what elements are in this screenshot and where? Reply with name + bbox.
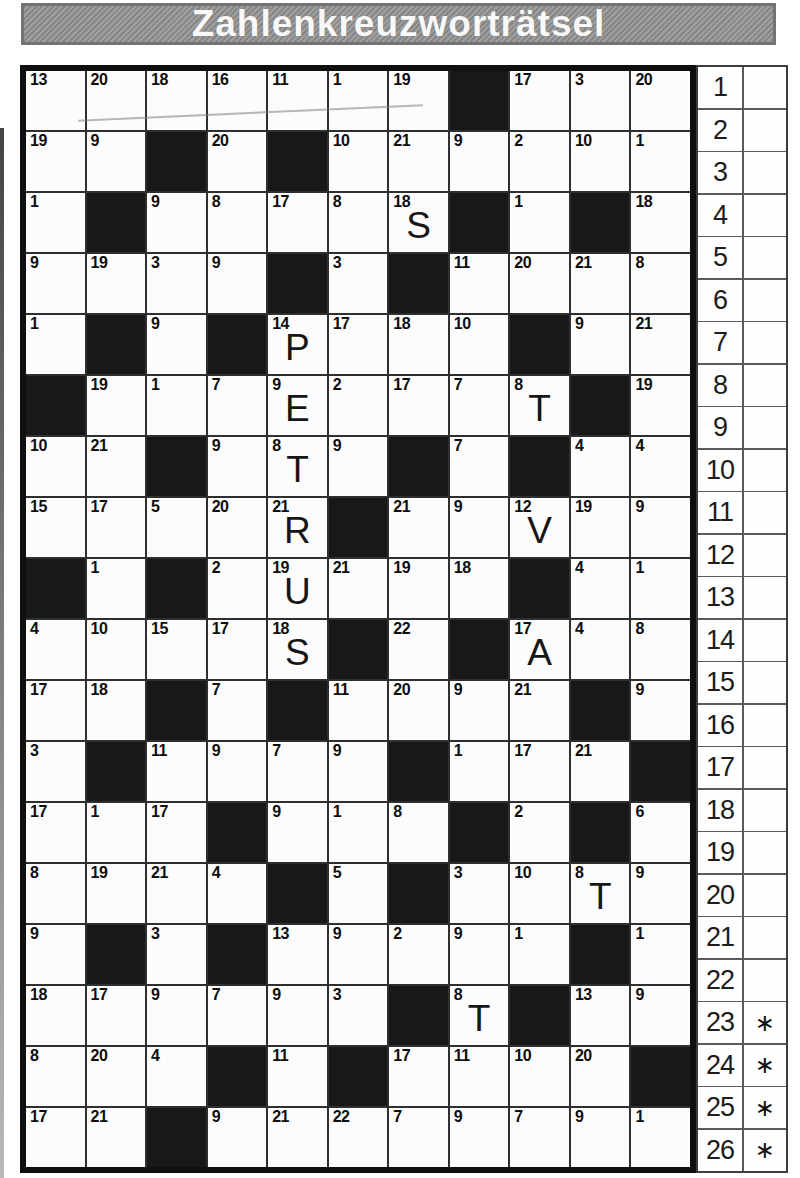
clue-number: 9 [212, 254, 220, 272]
cell-r16c4[interactable]: 7 [208, 986, 267, 1045]
key-letter-cell-26[interactable]: ∗ [744, 1130, 787, 1171]
cell-r18c2[interactable]: 21 [87, 1108, 146, 1167]
cell-r8c4[interactable]: 20 [208, 498, 267, 557]
clue-number: 21 [393, 498, 410, 516]
clue-number: 15 [151, 620, 168, 638]
cell-r8c11[interactable]: 9 [631, 498, 690, 557]
cell-r7c8[interactable]: 7 [450, 437, 509, 496]
cell-r13c1[interactable]: 17 [26, 803, 85, 862]
cell-r12c5[interactable]: 7 [268, 742, 327, 801]
clue-number: 9 [454, 498, 462, 516]
clue-number: 20 [635, 71, 652, 89]
clue-number: 4 [30, 620, 38, 638]
cell-r8c3[interactable]: 5 [147, 498, 206, 557]
cell-r14c4[interactable]: 4 [208, 864, 267, 923]
key-letter-cell-24[interactable]: ∗ [744, 1045, 787, 1086]
clue-number: 9 [151, 315, 159, 333]
cell-r6c4[interactable]: 7 [208, 376, 267, 435]
key-letter-cell-7[interactable] [744, 322, 787, 363]
key-letter-cell-2[interactable] [744, 110, 787, 151]
clue-number: 10 [514, 864, 531, 882]
cell-r16c5[interactable]: 9 [268, 986, 327, 1045]
cell-r15c9[interactable]: 1 [510, 925, 569, 984]
clue-number: 15 [30, 498, 47, 516]
cell-r14c11[interactable]: 9 [631, 864, 690, 923]
key-letter-cell-22[interactable] [744, 960, 787, 1001]
cell-r2c9[interactable]: 2 [510, 132, 569, 191]
cell-r10c11[interactable]: 8 [631, 620, 690, 679]
clue-number: 1 [30, 315, 38, 333]
cell-r15c11[interactable]: 1 [631, 925, 690, 984]
clue-number: 8 [635, 254, 643, 272]
key-letter-cell-14[interactable] [744, 620, 787, 661]
clue-number: 17 [30, 681, 47, 699]
cell-r5c7[interactable]: 18 [389, 315, 448, 374]
key-letter-cell-18[interactable] [744, 790, 787, 831]
key-letter-cell-23[interactable]: ∗ [744, 1002, 787, 1043]
cell-r14c10[interactable]: 8T [571, 864, 630, 923]
key-number-25: 25 [698, 1087, 742, 1128]
cell-r7c2[interactable]: 21 [87, 437, 146, 496]
clue-number: 9 [212, 437, 220, 455]
clue-number: 21 [91, 1108, 108, 1126]
cell-r6c6[interactable]: 2 [329, 376, 388, 435]
clue-number: 17 [151, 803, 168, 821]
clue-number: 8 [30, 864, 38, 882]
cell-r4c4[interactable]: 9 [208, 254, 267, 313]
clue-number: 9 [272, 986, 280, 1004]
cell-r17c9[interactable]: 10 [510, 1047, 569, 1106]
prefilled-letter: T [450, 999, 509, 1040]
cell-r5c11[interactable]: 21 [631, 315, 690, 374]
cell-r16c1[interactable]: 18 [26, 986, 85, 1045]
cell-r16c2[interactable]: 17 [87, 986, 146, 1045]
clue-number: 1 [30, 193, 38, 211]
cell-r12c3[interactable]: 11 [147, 742, 206, 801]
cell-r7c7 [389, 437, 448, 496]
cell-r3c4[interactable]: 8 [208, 193, 267, 252]
key-number-17: 17 [698, 747, 742, 788]
clue-number: 9 [333, 437, 341, 455]
cell-r3c1[interactable]: 1 [26, 193, 85, 252]
cell-r11c7[interactable]: 20 [389, 681, 448, 740]
cell-r10c7[interactable]: 22 [389, 620, 448, 679]
cell-r18c6[interactable]: 22 [329, 1108, 388, 1167]
key-letter-cell-1[interactable] [744, 67, 787, 108]
prefilled-letter: S [268, 633, 327, 674]
clue-number: 17 [272, 193, 289, 211]
key-number-7: 7 [698, 322, 742, 363]
cell-r12c9[interactable]: 17 [510, 742, 569, 801]
cell-r16c11[interactable]: 9 [631, 986, 690, 1045]
cell-r15c5[interactable]: 13 [268, 925, 327, 984]
cell-r18c8[interactable]: 9 [450, 1108, 509, 1167]
cell-r2c11[interactable]: 1 [631, 132, 690, 191]
key-number-26: 26 [698, 1130, 742, 1171]
cell-r9c7[interactable]: 19 [389, 559, 448, 618]
key-letter-cell-3[interactable] [744, 152, 787, 193]
clue-number: 3 [454, 864, 462, 882]
clue-number: 4 [151, 1047, 159, 1065]
clue-number: 8 [212, 193, 220, 211]
cell-r11c5 [268, 681, 327, 740]
cell-r9c1 [26, 559, 85, 618]
cell-r6c5[interactable]: 9E [268, 376, 327, 435]
cell-r5c10[interactable]: 9 [571, 315, 630, 374]
cell-r18c9[interactable]: 7 [510, 1108, 569, 1167]
cell-r13c7[interactable]: 8 [389, 803, 448, 862]
cell-r8c1[interactable]: 15 [26, 498, 85, 557]
clue-number: 21 [333, 559, 350, 577]
clue-number: 3 [151, 254, 159, 272]
clue-number: 11 [454, 1047, 470, 1065]
cell-r7c3 [147, 437, 206, 496]
clue-number: 18 [151, 71, 168, 89]
cell-r9c6[interactable]: 21 [329, 559, 388, 618]
clue-number: 7 [514, 1108, 522, 1126]
cell-r15c1[interactable]: 9 [26, 925, 85, 984]
cell-r1c3[interactable]: 18 [147, 71, 206, 130]
cell-r5c5[interactable]: 14P [268, 315, 327, 374]
cell-r15c10 [571, 925, 630, 984]
key-letter-cell-13[interactable] [744, 577, 787, 618]
cell-r11c6[interactable]: 11 [329, 681, 388, 740]
clue-number: 1 [635, 1108, 643, 1126]
cell-r6c2[interactable]: 19 [87, 376, 146, 435]
clue-number: 1 [635, 925, 643, 943]
clue-number: 10 [454, 315, 471, 333]
clue-number: 18 [30, 986, 47, 1004]
cell-r14c8[interactable]: 3 [450, 864, 509, 923]
key-letter-cell-16[interactable] [744, 705, 787, 746]
cell-r9c5[interactable]: 19U [268, 559, 327, 618]
cell-r15c8[interactable]: 9 [450, 925, 509, 984]
cell-r2c1[interactable]: 19 [26, 132, 85, 191]
clue-number: 19 [91, 254, 108, 272]
clue-number: 7 [212, 681, 220, 699]
cell-r12c1[interactable]: 3 [26, 742, 85, 801]
clue-number: 5 [151, 498, 159, 516]
cell-r10c2[interactable]: 10 [87, 620, 146, 679]
cell-r14c2[interactable]: 19 [87, 864, 146, 923]
cell-r14c1[interactable]: 8 [26, 864, 85, 923]
clue-number: 3 [333, 986, 341, 1004]
cell-r15c3[interactable]: 3 [147, 925, 206, 984]
cell-r6c7[interactable]: 17 [389, 376, 448, 435]
cell-r13c11[interactable]: 6 [631, 803, 690, 862]
clue-number: 1 [91, 803, 99, 821]
cell-r12c6[interactable]: 9 [329, 742, 388, 801]
cell-r5c8[interactable]: 10 [450, 315, 509, 374]
cell-r3c3[interactable]: 9 [147, 193, 206, 252]
prefilled-letter: U [268, 572, 327, 613]
cell-r8c8[interactable]: 9 [450, 498, 509, 557]
cell-r16c10[interactable]: 13 [571, 986, 630, 1045]
clue-number: 19 [91, 376, 108, 394]
cell-r7c5[interactable]: 8T [268, 437, 327, 496]
cell-r13c6[interactable]: 1 [329, 803, 388, 862]
clue-number: 22 [393, 620, 410, 638]
cell-r18c4[interactable]: 9 [208, 1108, 267, 1167]
clue-number: 11 [272, 71, 288, 89]
clue-number: 2 [393, 925, 401, 943]
cell-r14c6[interactable]: 5 [329, 864, 388, 923]
cell-r7c11[interactable]: 4 [631, 437, 690, 496]
prefilled-letter: R [268, 511, 327, 552]
clue-number: 16 [212, 71, 229, 89]
cell-r16c3[interactable]: 9 [147, 986, 206, 1045]
cell-r2c10[interactable]: 10 [571, 132, 630, 191]
cell-r2c3 [147, 132, 206, 191]
key-letter-cell-4[interactable] [744, 195, 787, 236]
cell-r6c11[interactable]: 19 [631, 376, 690, 435]
cell-r9c10[interactable]: 4 [571, 559, 630, 618]
clue-number: 3 [575, 71, 583, 89]
cell-r17c3[interactable]: 4 [147, 1047, 206, 1106]
key-letter-cell-17[interactable] [744, 747, 787, 788]
key-letter-cell-5[interactable] [744, 237, 787, 278]
cell-r2c6[interactable]: 10 [329, 132, 388, 191]
clue-number: 9 [333, 742, 341, 760]
clue-number: 9 [635, 498, 643, 516]
key-number-3: 3 [698, 152, 742, 193]
cell-r13c3[interactable]: 17 [147, 803, 206, 862]
cell-r6c8[interactable]: 7 [450, 376, 509, 435]
clue-number: 6 [635, 803, 643, 821]
key-letter-cell-19[interactable] [744, 832, 787, 873]
key-letter-cell-20[interactable] [744, 875, 787, 916]
cell-r12c10[interactable]: 21 [571, 742, 630, 801]
cell-r17c8[interactable]: 11 [450, 1047, 509, 1106]
cell-r10c3[interactable]: 15 [147, 620, 206, 679]
cell-r2c4[interactable]: 20 [208, 132, 267, 191]
cell-r11c8[interactable]: 9 [450, 681, 509, 740]
clue-number: 13 [575, 986, 592, 1004]
cell-r16c8[interactable]: 8T [450, 986, 509, 1045]
cell-r1c6[interactable]: 1 [329, 71, 388, 130]
cell-r12c7 [389, 742, 448, 801]
cell-r18c1[interactable]: 17 [26, 1108, 85, 1167]
clue-number: 7 [272, 742, 280, 760]
clue-number: 5 [333, 864, 341, 882]
star-mark: ∗ [755, 1009, 775, 1037]
clue-number: 9 [212, 1108, 220, 1126]
key-number-11: 11 [698, 492, 742, 533]
clue-number: 9 [151, 986, 159, 1004]
clue-number: 4 [575, 437, 583, 455]
cell-r4c9[interactable]: 20 [510, 254, 569, 313]
cell-r17c1[interactable]: 8 [26, 1047, 85, 1106]
cell-r7c10[interactable]: 4 [571, 437, 630, 496]
cell-r14c7 [389, 864, 448, 923]
cell-r18c5[interactable]: 21 [268, 1108, 327, 1167]
cell-r17c11 [631, 1047, 690, 1106]
clue-number: 19 [91, 864, 108, 882]
cell-r13c10 [571, 803, 630, 862]
key-letter-cell-15[interactable] [744, 662, 787, 703]
clue-number: 11 [272, 1047, 288, 1065]
cell-r9c11[interactable]: 1 [631, 559, 690, 618]
cell-r12c8[interactable]: 1 [450, 742, 509, 801]
cell-r10c9[interactable]: 17A [510, 620, 569, 679]
clue-number: 1 [91, 559, 99, 577]
cell-r1c4[interactable]: 16 [208, 71, 267, 130]
cell-r8c10[interactable]: 19 [571, 498, 630, 557]
cell-r4c3[interactable]: 3 [147, 254, 206, 313]
cell-r11c11[interactable]: 9 [631, 681, 690, 740]
cell-r11c1[interactable]: 17 [26, 681, 85, 740]
star-mark: ∗ [755, 1051, 775, 1079]
clue-number: 22 [333, 1108, 350, 1126]
cell-r14c3[interactable]: 21 [147, 864, 206, 923]
clue-number: 17 [91, 986, 108, 1004]
cell-r8c2[interactable]: 17 [87, 498, 146, 557]
clue-number: 11 [151, 742, 167, 760]
cell-r16c6[interactable]: 3 [329, 986, 388, 1045]
cell-r1c11[interactable]: 20 [631, 71, 690, 130]
puzzle-title: Zahlenkreuzworträtsel [192, 3, 606, 45]
cell-r15c7[interactable]: 2 [389, 925, 448, 984]
clue-number: 17 [333, 315, 350, 333]
clue-number: 21 [91, 437, 108, 455]
key-letter-cell-6[interactable] [744, 280, 787, 321]
cell-r5c6[interactable]: 17 [329, 315, 388, 374]
cell-r2c7[interactable]: 21 [389, 132, 448, 191]
cell-r1c7[interactable]: 19 [389, 71, 448, 130]
cell-r15c6[interactable]: 9 [329, 925, 388, 984]
clue-number: 4 [575, 559, 583, 577]
prefilled-letter: A [510, 633, 569, 674]
cell-r3c9[interactable]: 1 [510, 193, 569, 252]
cell-r3c7[interactable]: 18S [389, 193, 448, 252]
clue-number: 17 [30, 803, 47, 821]
key-letter-cell-21[interactable] [744, 917, 787, 958]
key-letter-cell-9[interactable] [744, 407, 787, 448]
cell-r14c9[interactable]: 10 [510, 864, 569, 923]
clue-number: 20 [514, 254, 531, 272]
cell-r11c2[interactable]: 18 [87, 681, 146, 740]
key-number-14: 14 [698, 620, 742, 661]
cell-r4c7 [389, 254, 448, 313]
cell-r17c10[interactable]: 20 [571, 1047, 630, 1106]
clue-number: 9 [454, 681, 462, 699]
cell-r4c8[interactable]: 11 [450, 254, 509, 313]
clue-number: 10 [91, 620, 108, 638]
cell-r1c10[interactable]: 3 [571, 71, 630, 130]
key-number-20: 20 [698, 875, 742, 916]
cell-r13c5[interactable]: 9 [268, 803, 327, 862]
cell-r11c9[interactable]: 21 [510, 681, 569, 740]
clue-number: 9 [30, 254, 38, 272]
cell-r6c3[interactable]: 1 [147, 376, 206, 435]
clue-number: 18 [393, 315, 410, 333]
clue-number: 18 [635, 193, 652, 211]
cell-r10c5[interactable]: 18S [268, 620, 327, 679]
cell-r9c8[interactable]: 18 [450, 559, 509, 618]
cell-r4c1[interactable]: 9 [26, 254, 85, 313]
clue-number: 9 [30, 925, 38, 943]
cell-r2c2[interactable]: 9 [87, 132, 146, 191]
cell-r18c10[interactable]: 9 [571, 1108, 630, 1167]
cell-r1c9[interactable]: 17 [510, 71, 569, 130]
clue-number: 21 [635, 315, 652, 333]
cell-r10c1[interactable]: 4 [26, 620, 85, 679]
cell-r4c11[interactable]: 8 [631, 254, 690, 313]
cell-r12c4[interactable]: 9 [208, 742, 267, 801]
cell-r11c4[interactable]: 7 [208, 681, 267, 740]
clue-number: 10 [514, 1047, 531, 1065]
star-mark: ∗ [755, 1094, 775, 1122]
clue-number: 17 [393, 376, 410, 394]
key-letter-cell-11[interactable] [744, 492, 787, 533]
clue-number: 8 [635, 620, 643, 638]
cell-r7c1[interactable]: 10 [26, 437, 85, 496]
cell-r1c5[interactable]: 11 [268, 71, 327, 130]
key-letter-cell-25[interactable]: ∗ [744, 1087, 787, 1128]
clue-number: 1 [514, 193, 522, 211]
cell-r1c1[interactable]: 13 [26, 71, 85, 130]
cell-r8c7[interactable]: 21 [389, 498, 448, 557]
cell-r6c9[interactable]: 8T [510, 376, 569, 435]
key-letter-cell-12[interactable] [744, 535, 787, 576]
cell-r11c10 [571, 681, 630, 740]
key-number-8: 8 [698, 365, 742, 406]
cell-r9c2[interactable]: 1 [87, 559, 146, 618]
cell-r4c10[interactable]: 21 [571, 254, 630, 313]
title-banner: Zahlenkreuzworträtsel [21, 3, 776, 45]
cell-r18c7[interactable]: 7 [389, 1108, 448, 1167]
cell-r3c6[interactable]: 8 [329, 193, 388, 252]
letter-key-panel: 1234567891011121314151617181920212223∗24… [696, 65, 788, 1173]
cell-r17c7[interactable]: 17 [389, 1047, 448, 1106]
key-letter-cell-8[interactable] [744, 365, 787, 406]
cell-r2c8[interactable]: 9 [450, 132, 509, 191]
cell-r8c9[interactable]: 12V [510, 498, 569, 557]
cell-r17c5[interactable]: 11 [268, 1047, 327, 1106]
cell-r3c11[interactable]: 18 [631, 193, 690, 252]
clue-number: 17 [514, 742, 531, 760]
clue-number: 9 [212, 742, 220, 760]
cell-r5c3[interactable]: 9 [147, 315, 206, 374]
clue-number: 8 [393, 803, 401, 821]
cell-r10c10[interactable]: 4 [571, 620, 630, 679]
cell-r10c4[interactable]: 17 [208, 620, 267, 679]
prefilled-letter: V [510, 511, 569, 552]
cell-r9c4[interactable]: 2 [208, 559, 267, 618]
clue-number: 4 [635, 437, 643, 455]
cell-r8c5[interactable]: 21R [268, 498, 327, 557]
cell-r1c2[interactable]: 20 [87, 71, 146, 130]
cell-r18c11[interactable]: 1 [631, 1108, 690, 1167]
cell-r13c8 [450, 803, 509, 862]
cell-r11c3 [147, 681, 206, 740]
cell-r7c6[interactable]: 9 [329, 437, 388, 496]
clue-number: 1 [333, 803, 341, 821]
cell-r5c1[interactable]: 1 [26, 315, 85, 374]
cell-r17c2[interactable]: 20 [87, 1047, 146, 1106]
cell-r3c5[interactable]: 17 [268, 193, 327, 252]
key-letter-cell-10[interactable] [744, 450, 787, 491]
cell-r13c2[interactable]: 1 [87, 803, 146, 862]
clue-number: 4 [575, 620, 583, 638]
clue-number: 17 [393, 1047, 410, 1065]
cell-r4c2[interactable]: 19 [87, 254, 146, 313]
clue-number: 21 [575, 254, 592, 272]
cell-r7c4[interactable]: 9 [208, 437, 267, 496]
cell-r4c6[interactable]: 3 [329, 254, 388, 313]
cell-r13c9[interactable]: 2 [510, 803, 569, 862]
key-number-6: 6 [698, 280, 742, 321]
